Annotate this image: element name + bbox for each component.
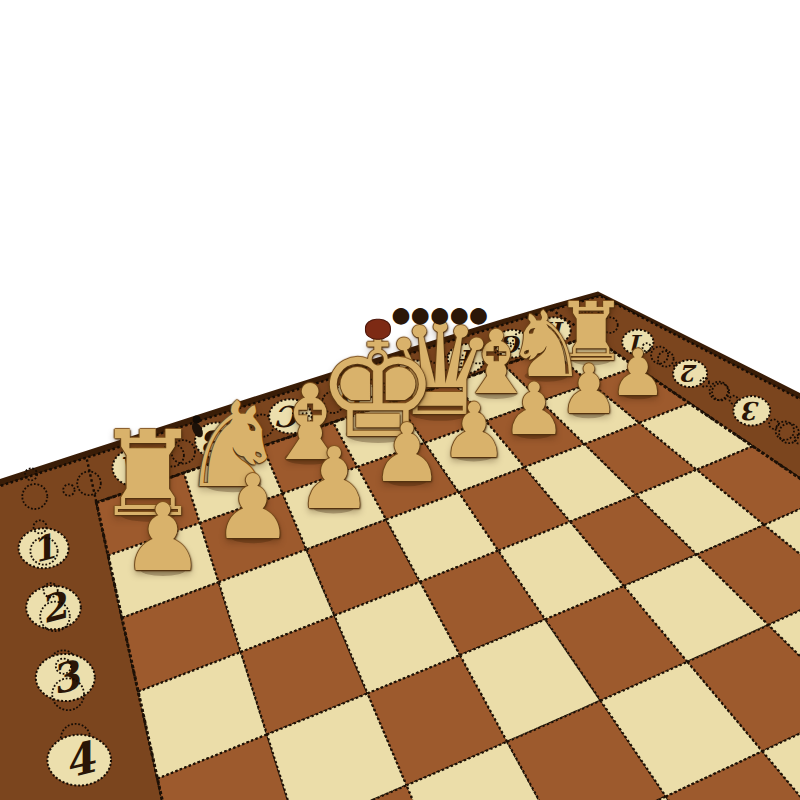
photo-scene: ABCDEFGH12341234 ♜♞♝♟♛●●●●●♟♚♟♟♝♟♞♟♜♟♟ xyxy=(0,0,800,800)
piece-shadow xyxy=(455,452,492,462)
piece-shadow xyxy=(475,388,517,399)
piece-shadow xyxy=(572,409,605,418)
piece-shadow xyxy=(141,564,186,576)
piece-shadow xyxy=(623,391,654,399)
piece-shadow xyxy=(517,430,552,439)
board-photo-svg: ABCDEFGH12341234 xyxy=(0,0,800,800)
piece-shadow xyxy=(525,370,568,382)
file-label-e: E xyxy=(401,361,424,391)
rank-label-right-2: 2 xyxy=(680,360,698,387)
piece-shadow xyxy=(205,477,262,492)
piece-shadow xyxy=(313,502,354,513)
rank-label-right-1: 1 xyxy=(630,330,645,355)
piece-shadow xyxy=(231,532,274,544)
file-label-c: C xyxy=(276,399,302,433)
file-label-a: A xyxy=(122,449,149,487)
piece-shadow xyxy=(120,506,177,521)
box-clasp-ring xyxy=(193,416,201,424)
piece-shadow xyxy=(285,451,335,464)
piece-shadow xyxy=(572,355,611,366)
piece-shadow xyxy=(410,404,471,421)
rank-label-right-3: 3 xyxy=(741,396,760,425)
piece-shadow xyxy=(346,425,412,443)
piece-shadow xyxy=(388,476,427,486)
